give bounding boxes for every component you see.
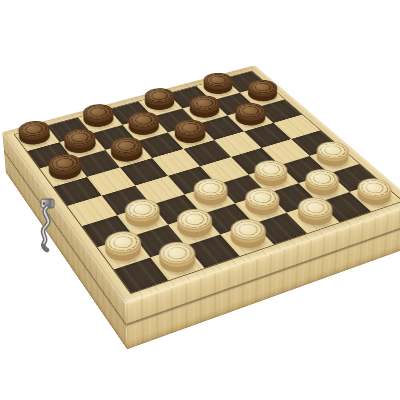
wooden-game-box bbox=[6, 103, 400, 349]
dark-checker bbox=[45, 160, 87, 184]
product-photo bbox=[0, 0, 400, 400]
light-checker bbox=[153, 248, 201, 279]
metal-clasp-icon bbox=[33, 197, 61, 253]
light-checker bbox=[292, 203, 339, 230]
